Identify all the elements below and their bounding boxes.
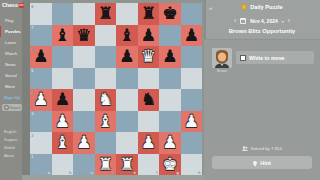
chesscom-logo[interactable]: Chess com: [2, 2, 24, 8]
white-knight: ♞: [98, 89, 113, 111]
square-b4[interactable]: ♟: [52, 89, 74, 111]
rank-label-6: 6: [31, 47, 33, 52]
square-a4[interactable]: ♟4: [30, 89, 52, 111]
square-g1[interactable]: ♚g: [159, 154, 181, 176]
square-f7[interactable]: ♟: [138, 25, 160, 47]
to-move-label: White to move: [249, 55, 284, 61]
signup-link[interactable]: Sign Up: [0, 92, 22, 103]
rank-label-7: 7: [31, 25, 33, 30]
white-rook: ♜: [98, 154, 113, 176]
black-queen: ♛: [76, 25, 91, 47]
file-label-f: f: [156, 170, 157, 175]
square-c5[interactable]: [73, 68, 95, 90]
black-rook: ♜: [98, 3, 113, 25]
panel-body: Brown White to move Solved by 7,914 Hint: [204, 40, 320, 180]
square-f4[interactable]: ♞: [138, 89, 160, 111]
solved-count: Solved by 7,914: [251, 146, 283, 151]
square-e8[interactable]: [116, 3, 138, 25]
square-d1[interactable]: ♜d: [95, 154, 117, 176]
rank-label-4: 4: [31, 90, 33, 95]
black-pawn: ♟: [141, 25, 156, 47]
sidebar-item-social[interactable]: Social: [0, 70, 22, 81]
white-queen: ♛: [141, 46, 156, 68]
square-e5[interactable]: [116, 68, 138, 90]
file-label-e: e: [134, 170, 136, 175]
square-e2[interactable]: [116, 132, 138, 154]
file-label-a: a: [48, 170, 50, 175]
file-label-h: h: [198, 170, 200, 175]
square-f2[interactable]: ♟: [138, 132, 160, 154]
white-pawn: ♟: [33, 89, 48, 111]
square-c4[interactable]: [73, 89, 95, 111]
white-bishop: ♝: [98, 111, 113, 133]
square-h8[interactable]: [181, 3, 203, 25]
rank-label-5: 5: [31, 68, 33, 73]
square-h3[interactable]: ♟: [181, 111, 203, 133]
white-rook: ♜: [119, 154, 134, 176]
logo-text: Chess: [2, 2, 18, 8]
player-name: Brown: [206, 69, 238, 73]
square-d8[interactable]: ♜: [95, 3, 117, 25]
white-pawn: ♟: [141, 132, 156, 154]
square-c3[interactable]: [73, 111, 95, 133]
square-b8[interactable]: [52, 3, 74, 25]
white-square-icon: [240, 55, 246, 61]
black-knight: ♞: [141, 89, 156, 111]
square-d7[interactable]: [95, 25, 117, 47]
sidebar-nav: PlayPuzzlesLearnWatchNewsSocialMoreSign …: [0, 15, 22, 103]
square-f1[interactable]: f: [138, 154, 160, 176]
square-g5[interactable]: [159, 68, 181, 90]
people-icon: [242, 146, 248, 151]
square-b7[interactable]: ♝: [52, 25, 74, 47]
square-h4[interactable]: [181, 89, 203, 111]
rank-label-1: 1: [31, 154, 33, 159]
sidebar-item-play[interactable]: Play: [0, 15, 22, 26]
square-e7[interactable]: ♝: [116, 25, 138, 47]
calendar-icon[interactable]: [240, 18, 246, 24]
square-h5[interactable]: [181, 68, 203, 90]
puzzle-panel: « Daily Puzzle ‹ Nov 4, 2024 ▾ › Brown B…: [204, 0, 320, 180]
footer-link-about[interactable]: About: [4, 152, 17, 160]
square-d3[interactable]: ♝: [95, 111, 117, 133]
square-c1[interactable]: c: [73, 154, 95, 176]
sidebar-item-puzzles[interactable]: Puzzles: [0, 26, 22, 37]
rank-label-2: 2: [31, 133, 33, 138]
to-move-banner: White to move: [236, 51, 314, 64]
footer-link-mobile[interactable]: Mobile: [4, 144, 17, 152]
square-d2[interactable]: [95, 132, 117, 154]
square-e1[interactable]: ♜e: [116, 154, 138, 176]
daily-puzzle-page: Chess com PlayPuzzlesLearnWatchNewsSocia…: [0, 0, 320, 180]
solved-count-row: Solved by 7,914: [204, 146, 320, 151]
square-a6[interactable]: ♟6: [30, 46, 52, 68]
puzzle-date[interactable]: Nov 4, 2024: [250, 18, 278, 24]
square-c7[interactable]: ♛: [73, 25, 95, 47]
logo-badge: com: [19, 3, 24, 8]
lightbulb-icon: [253, 161, 257, 165]
file-label-g: g: [177, 170, 179, 175]
black-pawn: ♟: [33, 46, 48, 68]
sidebar-item-more[interactable]: More: [0, 81, 22, 92]
sidebar-footer: EnglishSupportMobileAbout: [4, 128, 17, 160]
square-f5[interactable]: [138, 68, 160, 90]
square-a2[interactable]: 2: [30, 132, 52, 154]
black-pawn: ♟: [55, 89, 70, 111]
white-pawn: ♟: [184, 111, 199, 133]
rank-label-3: 3: [31, 111, 33, 116]
file-label-b: b: [69, 170, 71, 175]
square-d5[interactable]: [95, 68, 117, 90]
white-pawn: ♟: [162, 132, 177, 154]
black-pawn: ♟: [162, 46, 177, 68]
sidebar-item-news[interactable]: News: [0, 59, 22, 70]
square-e3[interactable]: [116, 111, 138, 133]
square-a7[interactable]: 7: [30, 25, 52, 47]
white-king: ♚: [162, 154, 177, 176]
square-b2[interactable]: ♝: [52, 132, 74, 154]
puzzle-title: Brown Blitz Opportunity: [204, 28, 320, 34]
rank-label-8: 8: [31, 4, 33, 9]
black-king: ♚: [162, 3, 177, 25]
square-c8[interactable]: [73, 3, 95, 25]
square-b1[interactable]: b: [52, 154, 74, 176]
square-g2[interactable]: ♟: [159, 132, 181, 154]
square-c6[interactable]: [73, 46, 95, 68]
square-a3[interactable]: 3: [30, 111, 52, 133]
square-h2[interactable]: [181, 132, 203, 154]
square-b6[interactable]: [52, 46, 74, 68]
square-d6[interactable]: [95, 46, 117, 68]
daily-puzzle-icon: [241, 4, 247, 10]
file-label-c: c: [91, 170, 93, 175]
square-d4[interactable]: ♞: [95, 89, 117, 111]
daily-puzzle-label: Daily Puzzle: [250, 4, 282, 10]
square-b5[interactable]: [52, 68, 74, 90]
white-pawn: ♟: [55, 111, 70, 133]
black-bishop: ♝: [55, 25, 70, 47]
footer-link-english[interactable]: English: [4, 128, 17, 136]
square-a1[interactable]: 1a: [30, 154, 52, 176]
sidebar-item-watch[interactable]: Watch: [0, 48, 22, 59]
black-pawn: ♟: [119, 46, 134, 68]
square-e6[interactable]: ♟: [116, 46, 138, 68]
board-margin: [22, 0, 30, 180]
daily-puzzle-header: Daily Puzzle: [204, 4, 320, 10]
square-a5[interactable]: 5: [30, 68, 52, 90]
search-icon: [4, 105, 9, 110]
square-f8[interactable]: ♜: [138, 3, 160, 25]
sidebar: Chess com PlayPuzzlesLearnWatchNewsSocia…: [0, 0, 22, 180]
square-f6[interactable]: ♛: [138, 46, 160, 68]
square-g4[interactable]: [159, 89, 181, 111]
file-label-d: d: [112, 170, 114, 175]
player-avatar[interactable]: [212, 48, 232, 68]
previous-puzzle-icon[interactable]: ‹: [234, 17, 236, 25]
hint-label: Hint: [260, 160, 270, 166]
sidebar-item-learn[interactable]: Learn: [0, 37, 22, 48]
footer-link-support[interactable]: Support: [4, 136, 17, 144]
black-bishop: ♝: [119, 25, 134, 47]
square-a8[interactable]: 8: [30, 3, 52, 25]
black-pawn: ♟: [184, 25, 199, 47]
hint-button[interactable]: Hint: [212, 156, 312, 169]
square-b3[interactable]: ♟: [52, 111, 74, 133]
white-pawn: ♟: [76, 132, 91, 154]
square-c2[interactable]: ♟: [73, 132, 95, 154]
square-g7[interactable]: [159, 25, 181, 47]
date-navigation: ‹ Nov 4, 2024 ▾ ›: [204, 17, 320, 25]
square-h6[interactable]: [181, 46, 203, 68]
search-placeholder: Search: [10, 106, 21, 110]
square-h1[interactable]: h: [181, 154, 203, 176]
square-f3[interactable]: [138, 111, 160, 133]
chess-board[interactable]: 8♜♜♚7♝♛♝♟♟♟6♟♛♟5♟4♟♞♞3♟♝♟2♝♟♟♟1abc♜d♜ef♚…: [30, 3, 202, 175]
white-bishop: ♝: [55, 132, 70, 154]
square-e4[interactable]: [116, 89, 138, 111]
chevron-down-icon[interactable]: ▾: [282, 19, 284, 24]
square-g3[interactable]: [159, 111, 181, 133]
next-puzzle-icon[interactable]: ›: [288, 17, 290, 25]
board-bottom-strip: [22, 175, 204, 180]
square-h7[interactable]: ♟: [181, 25, 203, 47]
square-g6[interactable]: ♟: [159, 46, 181, 68]
black-rook: ♜: [141, 3, 156, 25]
search-input[interactable]: Search: [2, 104, 22, 111]
square-g8[interactable]: ♚: [159, 3, 181, 25]
